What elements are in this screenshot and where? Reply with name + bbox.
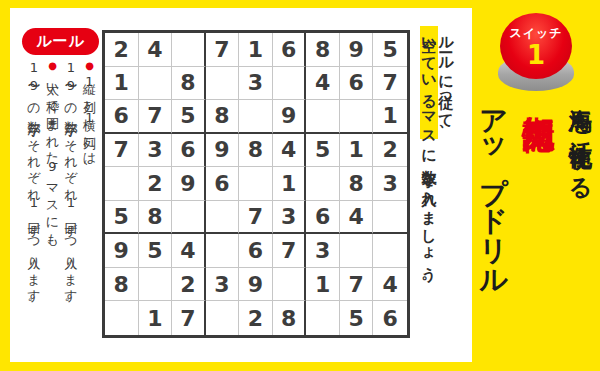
sudoku-cell-r4c1: 7 <box>105 134 139 168</box>
sudoku-cell-r8c3: 2 <box>172 268 206 302</box>
sudoku-cell-r1c5: 1 <box>239 33 273 67</box>
rule-line: ●太い枠で囲まれた9マスにも、 <box>43 60 62 311</box>
sudoku-cell-r2c4[interactable] <box>206 67 240 101</box>
rules-badge: ルール <box>22 28 99 55</box>
sudoku-cell-r4c2: 3 <box>139 134 173 168</box>
bullet-icon: ● <box>84 60 95 73</box>
sudoku-cell-r1c1: 2 <box>105 33 139 67</box>
sudoku-cell-r1c9: 5 <box>373 33 407 67</box>
sudoku-cell-r2c1: 1 <box>105 67 139 101</box>
sudoku-cell-r6c3[interactable] <box>172 201 206 235</box>
sudoku-cell-r5c2: 2 <box>139 167 173 201</box>
title-part-1: 海馬を活性化する <box>566 90 597 189</box>
sudoku-cell-r5c1[interactable] <box>105 167 139 201</box>
sudoku-cell-r6c4[interactable] <box>206 201 240 235</box>
bullet-icon: ● <box>47 60 58 73</box>
sudoku-cell-r3c9: 1 <box>373 100 407 134</box>
sudoku-cell-r1c6: 6 <box>273 33 307 67</box>
sudoku-cell-r2c7: 4 <box>306 67 340 101</box>
sudoku-cell-r8c6[interactable] <box>273 268 307 302</box>
sudoku-cell-r6c8: 4 <box>340 201 374 235</box>
sudoku-cell-r6c7: 6 <box>306 201 340 235</box>
instruction-line: ルールに従って、 <box>437 26 454 351</box>
sudoku-cell-r1c8: 9 <box>340 33 374 67</box>
sudoku-cell-r3c8[interactable] <box>340 100 374 134</box>
sudoku-cell-r2c3: 8 <box>172 67 206 101</box>
sudoku-cell-r9c4[interactable] <box>206 301 240 335</box>
sudoku-cell-r8c8: 7 <box>340 268 374 302</box>
sudoku-cell-r3c7[interactable] <box>306 100 340 134</box>
sudoku-cell-r4c6: 4 <box>273 134 307 168</box>
sudoku-cell-r1c3[interactable] <box>172 33 206 67</box>
sudoku-cell-r8c9: 4 <box>373 268 407 302</box>
sudoku-cell-r5c3: 9 <box>172 167 206 201</box>
sudoku-cell-r8c1: 8 <box>105 268 139 302</box>
sudoku-cell-r2c5: 3 <box>239 67 273 101</box>
rule-line-text: 太い枠で囲まれた9マスにも、 <box>45 73 60 255</box>
sudoku-cell-r6c1: 5 <box>105 201 139 235</box>
sudoku-cell-r1c7: 8 <box>306 33 340 67</box>
sudoku-cell-r7c1: 9 <box>105 234 139 268</box>
sudoku-cell-r7c3: 4 <box>172 234 206 268</box>
sudoku-cell-r5c9: 3 <box>373 167 407 201</box>
sudoku-cell-r7c5: 6 <box>239 234 273 268</box>
rule-line-text: 縦1列と横1列には、 <box>82 73 97 176</box>
sudoku-cell-r9c3: 7 <box>172 301 206 335</box>
sudoku-cell-r2c2[interactable] <box>139 67 173 101</box>
title-part-2: 短期記憶力 <box>517 90 561 95</box>
sudoku-cell-r7c6: 7 <box>273 234 307 268</box>
sudoku-cell-r3c3: 5 <box>172 100 206 134</box>
button-dome: スイッチ 1 <box>500 13 572 79</box>
sudoku-cell-r9c1[interactable] <box>105 301 139 335</box>
sudoku-cell-r3c6: 9 <box>273 100 307 134</box>
instruction-text: ルールに従って、 空いているマスに数字を入れましょう。 <box>420 26 454 351</box>
sudoku-cell-r4c3: 6 <box>172 134 206 168</box>
sudoku-cell-r7c9[interactable] <box>373 234 407 268</box>
sudoku-cell-r4c9: 2 <box>373 134 407 168</box>
sudoku-cell-r7c2: 5 <box>139 234 173 268</box>
sudoku-cell-r7c4[interactable] <box>206 234 240 268</box>
sudoku-cell-r8c7: 1 <box>306 268 340 302</box>
instruction-line-rest: に数字を入れましょう。 <box>420 139 438 290</box>
sudoku-cell-r9c5: 2 <box>239 301 273 335</box>
sudoku-cell-r4c5: 8 <box>239 134 273 168</box>
sudoku-cell-r3c5[interactable] <box>239 100 273 134</box>
sudoku-cell-r3c2: 7 <box>139 100 173 134</box>
sudoku-cell-r8c4: 3 <box>206 268 240 302</box>
sudoku-cell-r4c7: 5 <box>306 134 340 168</box>
rule-line: ●縦1列と横1列には、 <box>80 60 99 311</box>
sudoku-cell-r2c6[interactable] <box>273 67 307 101</box>
page-title: 海馬を活性化する 短期記憶力 アップドリル <box>474 90 597 283</box>
sudoku-cell-r6c9[interactable] <box>373 201 407 235</box>
sudoku-cell-r7c8[interactable] <box>340 234 374 268</box>
sudoku-cell-r8c5: 9 <box>239 268 273 302</box>
sudoku-cell-r5c5[interactable] <box>239 167 273 201</box>
sudoku-grid: 2471689518346767589173698451229618358736… <box>102 30 410 338</box>
switch-button[interactable]: スイッチ 1 <box>496 13 576 93</box>
rule-item: ●太い枠で囲まれた9マスにも、 1〜9の数字がそれぞれ1回ずつ入ります。 <box>24 60 61 311</box>
sudoku-cell-r1c4: 7 <box>206 33 240 67</box>
sudoku-cell-r3c1: 6 <box>105 100 139 134</box>
sudoku-cell-r5c6: 1 <box>273 167 307 201</box>
sudoku-cell-r7c7: 3 <box>306 234 340 268</box>
sudoku-cell-r9c8: 5 <box>340 301 374 335</box>
sudoku-cell-r4c4: 9 <box>206 134 240 168</box>
sudoku-cell-r9c9: 6 <box>373 301 407 335</box>
page: ルール ●縦1列と横1列には、 1〜9の数字がそれぞれ1回ずつ入ります。 ●太い… <box>0 0 600 371</box>
title-part-3: アップドリル <box>474 91 512 283</box>
sudoku-cell-r9c6: 8 <box>273 301 307 335</box>
sidebar: スイッチ 1 海馬を活性化する 短期記憶力 アップドリル <box>472 0 600 371</box>
sudoku-cell-r5c7[interactable] <box>306 167 340 201</box>
rule-line-text: 1〜9の数字がそれぞれ1回ずつ入ります。 <box>61 60 80 311</box>
rules-text: ●縦1列と横1列には、 1〜9の数字がそれぞれ1回ずつ入ります。 ●太い枠で囲ま… <box>18 60 98 360</box>
instruction-highlight: 空いているマス <box>420 26 438 139</box>
sudoku-cell-r5c8: 8 <box>340 167 374 201</box>
rule-line-text: 1〜9の数字がそれぞれ1回ずつ入ります。 <box>24 60 43 311</box>
sudoku-cell-r5c4: 6 <box>206 167 240 201</box>
puzzle-panel: ルール ●縦1列と横1列には、 1〜9の数字がそれぞれ1回ずつ入ります。 ●太い… <box>10 8 472 362</box>
sudoku-cell-r1c2: 4 <box>139 33 173 67</box>
sudoku-cell-r3c4: 8 <box>206 100 240 134</box>
sudoku-cell-r4c8: 1 <box>340 134 374 168</box>
instruction-line: 空いているマスに数字を入れましょう。 <box>420 26 437 351</box>
sudoku-cell-r2c9: 7 <box>373 67 407 101</box>
rule-item: ●縦1列と横1列には、 1〜9の数字がそれぞれ1回ずつ入ります。 <box>61 60 98 311</box>
sudoku-cell-r6c6: 3 <box>273 201 307 235</box>
sudoku-cell-r2c8: 6 <box>340 67 374 101</box>
sudoku-cell-r8c2[interactable] <box>139 268 173 302</box>
sudoku-cell-r6c5: 7 <box>239 201 273 235</box>
sudoku-cell-r9c2: 1 <box>139 301 173 335</box>
sudoku-cell-r6c2: 8 <box>139 201 173 235</box>
button-number: 1 <box>527 42 545 68</box>
sudoku-cell-r9c7[interactable] <box>306 301 340 335</box>
button-label: スイッチ <box>509 25 562 42</box>
